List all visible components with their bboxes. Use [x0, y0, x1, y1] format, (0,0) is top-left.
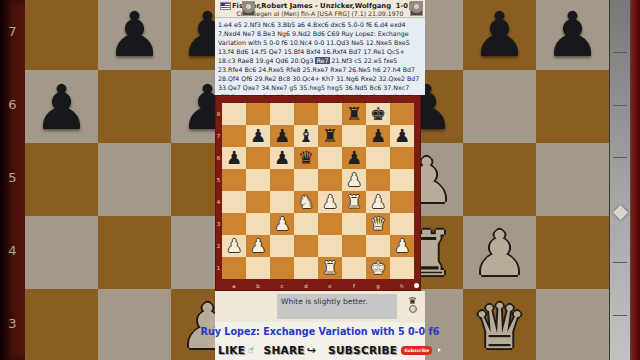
eval-bar-tick — [613, 315, 627, 316]
square-b7: ♟ — [98, 0, 171, 70]
rank-label-7: 7 — [215, 133, 222, 139]
square-a7 — [25, 0, 98, 70]
square-g4[interactable]: ♟ — [366, 191, 390, 213]
white-rook-piece[interactable]: ♜ — [318, 257, 342, 279]
square-h5 — [536, 143, 609, 216]
white-player-photo — [242, 1, 255, 16]
black-pawn-piece[interactable]: ♟ — [270, 147, 294, 169]
square-h4[interactable] — [390, 191, 414, 213]
thumbs-up-icon: ☝ — [247, 345, 254, 356]
square-b7[interactable]: ♟ — [246, 125, 270, 147]
file-label-b: b — [246, 283, 270, 289]
square-d1[interactable] — [294, 257, 318, 279]
evaluation-marker — [613, 205, 629, 221]
black-pawn-piece[interactable]: ♟ — [366, 125, 390, 147]
white-pawn-piece[interactable]: ♟ — [222, 235, 246, 257]
square-g6[interactable] — [366, 147, 390, 169]
rank-label-8: 8 — [215, 111, 222, 117]
square-h5[interactable] — [390, 169, 414, 191]
logo-circle — [409, 305, 417, 313]
square-f5[interactable]: ♟ — [342, 169, 366, 191]
evaluation-text: White is slightly better. — [281, 297, 368, 306]
file-label-a: a — [222, 283, 246, 289]
white-pawn-piece: ♟ — [463, 216, 536, 292]
square-f2[interactable] — [342, 235, 366, 257]
white-pawn-piece[interactable]: ♟ — [270, 213, 294, 235]
square-g4: ♟ — [463, 216, 536, 289]
square-h2[interactable]: ♟ — [390, 235, 414, 257]
black-queen-piece[interactable]: ♛ — [294, 147, 318, 169]
share-button[interactable]: SHARE — [264, 344, 305, 356]
black-pawn-piece[interactable]: ♟ — [390, 125, 414, 147]
square-c7[interactable]: ♟ — [270, 125, 294, 147]
black-player-photo — [410, 1, 423, 16]
black-rook-piece[interactable]: ♜ — [342, 103, 366, 125]
square-b3[interactable] — [246, 213, 270, 235]
square-e6[interactable] — [318, 147, 342, 169]
rank-label-4: 4 — [215, 199, 222, 205]
current-move[interactable]: Re7 — [315, 57, 330, 64]
like-button[interactable]: LIKE — [218, 344, 245, 356]
square-g5[interactable] — [366, 169, 390, 191]
square-a4[interactable] — [222, 191, 246, 213]
square-e4[interactable]: ♟ — [318, 191, 342, 213]
crown-glyph: ♛ — [408, 295, 417, 306]
square-h6 — [536, 70, 609, 143]
square-b2[interactable]: ♟ — [246, 235, 270, 257]
square-h7: ♟ — [536, 0, 609, 70]
square-c6[interactable]: ♟ — [270, 147, 294, 169]
white-queen-piece[interactable]: ♛ — [366, 213, 390, 235]
square-f7[interactable] — [342, 125, 366, 147]
bg-rank-label-5: 5 — [0, 171, 25, 185]
square-h7[interactable]: ♟ — [390, 125, 414, 147]
square-b4[interactable] — [246, 191, 270, 213]
rank-label-1: 1 — [215, 265, 222, 271]
square-f3[interactable] — [342, 213, 366, 235]
bg-rank-label-7: 7 — [0, 25, 25, 39]
square-b6[interactable] — [246, 147, 270, 169]
square-a5[interactable] — [222, 169, 246, 191]
square-a6: ♟ — [25, 70, 98, 143]
square-g6 — [463, 70, 536, 143]
rank-label-5: 5 — [215, 177, 222, 183]
white-queen-piece: ♛ — [463, 289, 536, 360]
square-g7: ♟ — [463, 0, 536, 70]
file-label-h: h — [390, 283, 414, 289]
square-a8[interactable] — [222, 103, 246, 125]
square-g8[interactable]: ♚ — [366, 103, 390, 125]
file-label-e: e — [318, 283, 342, 289]
game-result: 1-0 — [396, 2, 408, 10]
square-h3[interactable] — [390, 213, 414, 235]
subscribe-button[interactable]: Subscribe — [401, 346, 432, 355]
black-pawn-piece: ♟ — [25, 70, 98, 146]
white-pawn-piece[interactable]: ♟ — [366, 191, 390, 213]
evaluation-area: White is slightly better. ♛ — [215, 291, 425, 322]
square-c8[interactable] — [270, 103, 294, 125]
subscribe-label[interactable]: SUBSCRIBE — [328, 344, 397, 356]
black-pawn-piece: ♟ — [536, 0, 609, 73]
square-a3 — [25, 289, 98, 360]
opening-title-bar: Ruy Lopez: Exchange Variation with 5 0-0… — [215, 322, 425, 340]
square-h3 — [536, 289, 609, 360]
square-e3[interactable] — [318, 213, 342, 235]
share-arrow-icon: ↪ — [307, 344, 316, 357]
square-b5 — [98, 143, 171, 216]
white-pawn-piece[interactable]: ♟ — [390, 235, 414, 257]
square-d2[interactable] — [294, 235, 318, 257]
black-pawn-piece[interactable]: ♟ — [222, 147, 246, 169]
square-b6 — [98, 70, 171, 143]
file-label-f: f — [342, 283, 366, 289]
rank-label-3: 3 — [215, 221, 222, 227]
cta-bar: LIKE ☝ SHARE ↪ SUBSCRIBE Subscribe — [215, 340, 425, 360]
bg-board-right-border — [631, 0, 640, 360]
square-h8[interactable] — [390, 103, 414, 125]
bg-rank-label-4: 4 — [0, 244, 25, 258]
white-to-move-indicator — [414, 283, 419, 288]
black-pawn-piece[interactable]: ♟ — [246, 125, 270, 147]
square-a4 — [25, 216, 98, 289]
square-f8[interactable]: ♜ — [342, 103, 366, 125]
square-d3[interactable] — [294, 213, 318, 235]
square-a6[interactable]: ♟ — [222, 147, 246, 169]
square-d8[interactable] — [294, 103, 318, 125]
square-b5[interactable] — [246, 169, 270, 191]
square-d4[interactable]: ♞ — [294, 191, 318, 213]
square-c3[interactable]: ♟ — [270, 213, 294, 235]
square-c1[interactable] — [270, 257, 294, 279]
bg-rank-label-3: 3 — [0, 317, 25, 331]
square-c4[interactable] — [270, 191, 294, 213]
square-g7[interactable]: ♟ — [366, 125, 390, 147]
square-b3 — [98, 289, 171, 360]
square-a7[interactable] — [222, 125, 246, 147]
white-rook-piece[interactable]: ♜ — [342, 191, 366, 213]
square-c5[interactable] — [270, 169, 294, 191]
square-e7[interactable]: ♜ — [318, 125, 342, 147]
black-bishop-piece[interactable]: ♝ — [294, 125, 318, 147]
eval-bar-tick — [613, 52, 627, 53]
square-a2[interactable]: ♟ — [222, 235, 246, 257]
square-f6[interactable]: ♟ — [342, 147, 366, 169]
square-a5 — [25, 143, 98, 216]
opening-title: Ruy Lopez: Exchange Variation with 5 0-0… — [201, 326, 440, 337]
white-pawn-piece[interactable]: ♟ — [246, 235, 270, 257]
square-d5[interactable] — [294, 169, 318, 191]
rank-label-6: 6 — [215, 155, 222, 161]
eval-bar-tick — [613, 105, 627, 106]
square-h4 — [536, 216, 609, 289]
square-d7[interactable]: ♝ — [294, 125, 318, 147]
eval-bar-tick — [613, 157, 627, 158]
black-pawn-piece[interactable]: ♟ — [342, 147, 366, 169]
black-pawn-piece: ♟ — [463, 0, 536, 73]
bg-rank-label-6: 6 — [0, 98, 25, 112]
bg-board-left-border: 76543 — [0, 0, 25, 360]
square-a1[interactable] — [222, 257, 246, 279]
black-pawn-piece[interactable]: ♟ — [270, 125, 294, 147]
notation-panel[interactable]: 1.e4 e5 2.Nf3 Nc6 3.Bb5 a6 4.Bxc6 dxc6 5… — [215, 18, 425, 95]
rank-label-2: 2 — [215, 243, 222, 249]
usa-flag-icon — [221, 3, 230, 9]
square-e1[interactable]: ♜ — [318, 257, 342, 279]
file-label-d: d — [294, 283, 318, 289]
square-h1[interactable] — [390, 257, 414, 279]
file-label-c: c — [270, 283, 294, 289]
square-g3[interactable]: ♛ — [366, 213, 390, 235]
square-g5 — [463, 143, 536, 216]
square-a3[interactable] — [222, 213, 246, 235]
evaluation-bar — [609, 0, 631, 360]
evaluation-text-box: White is slightly better. — [277, 294, 397, 319]
mini-board-frame: ♜♚♟♟♝♜♟♟♟♟♛♟♟♞♟♜♟♟♛♟♟♟♜♚ 87654321abcdefg… — [215, 95, 421, 291]
black-king-piece[interactable]: ♚ — [366, 103, 390, 125]
screenshot-root: 76543 ♟♟♝♜♟♟♟♟♛♟♟♞♟♜♟♟♛ Fischer,Robert J… — [0, 0, 640, 360]
square-g3: ♛ — [463, 289, 536, 360]
square-e2[interactable] — [318, 235, 342, 257]
eval-bar-tick — [613, 262, 627, 263]
square-b1[interactable] — [246, 257, 270, 279]
game-header: Fischer,Robert James - Unzicker,Wolfgang… — [215, 0, 425, 18]
square-g1[interactable]: ♚ — [366, 257, 390, 279]
white-pawn-piece[interactable]: ♟ — [318, 191, 342, 213]
black-pawn-piece: ♟ — [98, 0, 171, 73]
square-e5[interactable] — [318, 169, 342, 191]
black-rook-piece[interactable]: ♜ — [318, 125, 342, 147]
square-c2[interactable] — [270, 235, 294, 257]
crown-logo-icon: ♛ — [404, 296, 421, 313]
square-g2[interactable] — [366, 235, 390, 257]
square-h6[interactable] — [390, 147, 414, 169]
players-names: Fischer,Robert James - Unzicker,Wolfgang — [232, 2, 391, 10]
square-f1[interactable] — [342, 257, 366, 279]
square-b8[interactable] — [246, 103, 270, 125]
white-king-piece[interactable]: ♚ — [366, 257, 390, 279]
square-e8[interactable] — [318, 103, 342, 125]
square-d6[interactable]: ♛ — [294, 147, 318, 169]
square-b4 — [98, 216, 171, 289]
white-knight-piece[interactable]: ♞ — [294, 191, 318, 213]
white-pawn-piece[interactable]: ♟ — [342, 169, 366, 191]
mini-board[interactable]: ♜♚♟♟♝♜♟♟♟♟♛♟♟♞♟♜♟♟♛♟♟♟♜♚ — [222, 103, 414, 279]
file-label-g: g — [366, 283, 390, 289]
square-f4[interactable]: ♜ — [342, 191, 366, 213]
